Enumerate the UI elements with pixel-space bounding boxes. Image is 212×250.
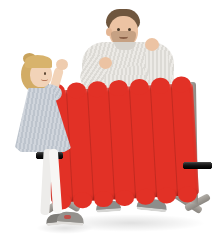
photo-scene — [0, 0, 212, 250]
girl-eye — [44, 72, 46, 75]
girl-dress — [15, 88, 71, 152]
girl-shoe-front — [57, 211, 85, 226]
girl-hair-fringe — [25, 55, 52, 68]
girl-player — [0, 0, 212, 250]
girl-fist — [56, 59, 68, 70]
girl-shoe-lace — [64, 215, 71, 219]
girl-smile — [41, 77, 48, 81]
girl-leg-front — [49, 149, 62, 213]
